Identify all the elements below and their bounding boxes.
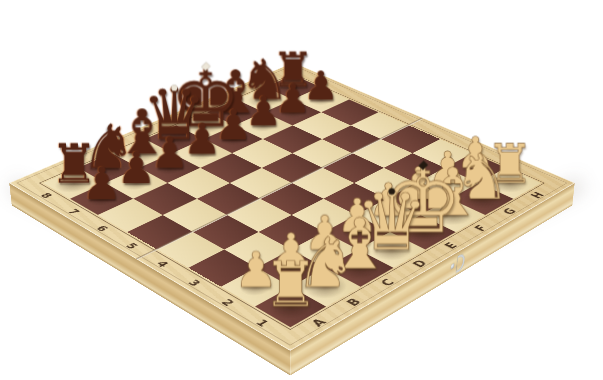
piece-shadow — [245, 117, 283, 134]
piece-shadow — [427, 173, 467, 193]
piece-shadow — [269, 256, 313, 280]
king-spike-finial — [201, 62, 210, 71]
metal-clasp — [449, 250, 469, 276]
piece-shadow — [150, 158, 190, 177]
chess-set-photo: ♜♞♝♛♚♝♞♜♟♟♟♟♟♟♟♟♟♟♟♟♟♟♟♟♜♞♝♛♚♝♞♜ 8765432… — [0, 0, 603, 380]
piece-black-rook: ♜ — [272, 47, 315, 95]
piece-shadow — [398, 188, 439, 209]
chess-board: ♜♞♝♛♚♝♞♜♟♟♟♟♟♟♟♟♟♟♟♟♟♟♟♟♜♞♝♛♚♝♞♜ 8765432… — [9, 62, 575, 350]
piece-shadow — [81, 188, 122, 209]
piece-shadow — [233, 274, 278, 299]
piece-shadow — [483, 170, 536, 197]
board-grid: ♜♞♝♛♚♝♞♜♟♟♟♟♟♟♟♟♟♟♟♟♟♟♟♟♜♞♝♛♚♝♞♜ — [43, 75, 541, 327]
piece-shadow — [336, 221, 379, 243]
piece-shadow — [456, 158, 495, 177]
piece-shadow — [303, 238, 346, 261]
piece-shadow — [116, 173, 157, 193]
piece-black-queen: ♛ — [142, 78, 207, 150]
piece-shadow — [368, 204, 410, 226]
clasp-hook-icon — [456, 252, 465, 273]
queen-ball-finial — [172, 85, 178, 91]
piece-white-pawn: ♟ — [398, 161, 438, 206]
clasp-screw-icon — [451, 263, 455, 269]
